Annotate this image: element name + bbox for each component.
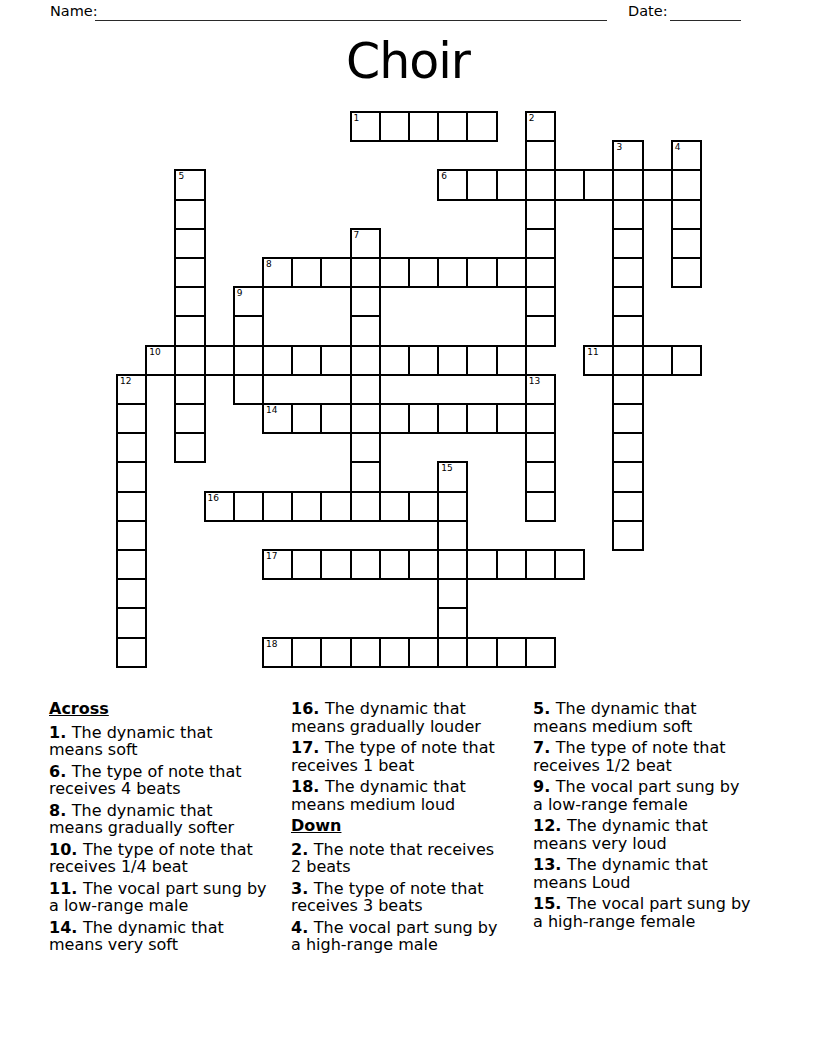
grid-cell-r15c6[interactable] [291,549,322,580]
grid-cell-r5c7[interactable] [320,257,351,288]
grid-cell-r5c17[interactable] [612,257,643,288]
clue-number: 18. [291,777,325,796]
clue-column-middle: 16. The dynamic that means gradually lou… [291,700,525,958]
clue-text: The type of note that receives 3 beats [291,879,484,916]
grid-cell-r5c13[interactable] [496,257,527,288]
grid-cell-r6c4[interactable]: 9 [233,286,264,317]
cell-number-7: 7 [354,230,360,240]
grid-cell-r7c17[interactable] [612,315,643,346]
cell-number-14: 14 [266,405,277,415]
clue-text: The type of note that receives 4 beats [49,762,242,799]
clue-number: 1. [49,723,72,742]
grid-cell-r2c15[interactable] [554,169,585,200]
grid-cell-r13c17[interactable] [612,491,643,522]
grid-cell-r8c18[interactable] [642,345,673,376]
grid-cell-r4c14[interactable] [525,228,556,259]
grid-cell-r18c10[interactable] [408,637,439,668]
clue-12: 12. The dynamic that means very loud [533,817,767,852]
grid-cell-r0c10[interactable] [408,111,439,142]
clue-number: 16. [291,699,325,718]
grid-cell-r15c15[interactable] [554,549,585,580]
cell-number-10: 10 [149,347,160,357]
clue-number: 15. [533,894,567,913]
clue-5: 5. The dynamic that means medium soft [533,700,767,735]
grid-cell-r14c0[interactable] [116,520,147,551]
grid-cell-r15c7[interactable] [320,549,351,580]
grid-cell-r2c13[interactable] [496,169,527,200]
grid-cell-r5c19[interactable] [671,257,702,288]
grid-cell-r8c4[interactable] [233,345,264,376]
clue-18: 18. The dynamic that means medium loud [291,778,525,813]
grid-cell-r18c14[interactable] [525,637,556,668]
cell-number-1: 1 [354,113,360,123]
clue-number: 11. [49,879,83,898]
clue-4: 4. The vocal part sung by a high-range m… [291,919,525,954]
cell-number-16: 16 [208,493,219,503]
clue-10: 10. The type of note that receives 1/4 b… [49,841,283,876]
grid-cell-r13c0[interactable] [116,491,147,522]
grid-cell-r7c8[interactable] [350,315,381,346]
date-blank-line[interactable] [670,0,741,21]
grid-cell-r15c14[interactable] [525,549,556,580]
clue-number: 5. [533,699,556,718]
clue-number: 17. [291,738,325,757]
grid-cell-r18c13[interactable] [496,637,527,668]
grid-cell-r8c5[interactable] [262,345,293,376]
grid-cell-r12c11[interactable]: 15 [437,461,468,492]
grid-cell-r10c13[interactable] [496,403,527,434]
grid-cell-r18c12[interactable] [466,637,497,668]
grid-cell-r9c4[interactable] [233,374,264,405]
grid-cell-r18c9[interactable] [379,637,410,668]
clue-number: 2. [291,840,314,859]
grid-cell-r8c16[interactable]: 11 [583,345,614,376]
grid-cell-r10c5[interactable]: 14 [262,403,293,434]
clue-2: 2. The note that receives 2 beats [291,841,525,876]
clue-14: 14. The dynamic that means very soft [49,919,283,954]
grid-cell-r13c9[interactable] [379,491,410,522]
grid-cell-r15c10[interactable] [408,549,439,580]
grid-cell-r8c2[interactable] [174,345,205,376]
grid-cell-r13c10[interactable] [408,491,439,522]
grid-cell-r3c14[interactable] [525,199,556,230]
grid-cell-r2c19[interactable] [671,169,702,200]
clue-number: 4. [291,918,314,937]
grid-cell-r13c4[interactable] [233,491,264,522]
grid-cell-r13c6[interactable] [291,491,322,522]
cell-number-2: 2 [529,113,535,123]
grid-cell-r5c6[interactable] [291,257,322,288]
clue-heading-down: Down [291,817,525,835]
clue-1: 1. The dynamic that means soft [49,724,283,759]
grid-cell-r5c11[interactable] [437,257,468,288]
clue-text: The dynamic that means medium soft [533,699,697,736]
clue-text: The dynamic that means gradually softer [49,801,234,838]
name-label: Name: [50,3,98,19]
puzzle-title: Choir [0,33,816,90]
grid-cell-r15c9[interactable] [379,549,410,580]
grid-cell-r4c8[interactable]: 7 [350,228,381,259]
grid-cell-r4c17[interactable] [612,228,643,259]
grid-cell-r8c17[interactable] [612,345,643,376]
grid-cell-r17c0[interactable] [116,607,147,638]
clue-15: 15. The vocal part sung by a high-range … [533,895,767,930]
grid-cell-r1c19[interactable]: 4 [671,140,702,171]
clue-number: 14. [49,918,83,937]
clue-6: 6. The type of note that receives 4 beat… [49,763,283,798]
grid-cell-r18c5[interactable]: 18 [262,637,293,668]
grid-cell-r18c8[interactable] [350,637,381,668]
crossword-grid: 123456789101112131415161718 [116,111,700,666]
grid-cell-r14c11[interactable] [437,520,468,551]
clue-number: 10. [49,840,83,859]
grid-cell-r13c14[interactable] [525,491,556,522]
grid-cell-r4c19[interactable] [671,228,702,259]
grid-cell-r18c7[interactable] [320,637,351,668]
cell-number-6: 6 [441,171,447,181]
grid-cell-r14c17[interactable] [612,520,643,551]
grid-cell-r7c4[interactable] [233,315,264,346]
grid-cell-r9c0[interactable]: 12 [116,374,147,405]
clue-text: The type of note that receives 1/2 beat [533,738,726,775]
grid-cell-r10c6[interactable] [291,403,322,434]
grid-cell-r15c12[interactable] [466,549,497,580]
grid-cell-r11c14[interactable] [525,432,556,463]
clue-7: 7. The type of note that receives 1/2 be… [533,739,767,774]
grid-cell-r9c2[interactable] [174,374,205,405]
grid-cell-r8c6[interactable] [291,345,322,376]
cell-number-11: 11 [587,347,598,357]
grid-cell-r5c10[interactable] [408,257,439,288]
grid-cell-r2c17[interactable] [612,169,643,200]
grid-cell-r10c2[interactable] [174,403,205,434]
grid-cell-r5c12[interactable] [466,257,497,288]
grid-cell-r5c8[interactable] [350,257,381,288]
grid-cell-r7c2[interactable] [174,315,205,346]
worksheet-page: Name: Date: Choir 1234567891011121314151… [0,0,816,1056]
grid-cell-r18c11[interactable] [437,637,468,668]
grid-cell-r16c0[interactable] [116,578,147,609]
clue-number: 3. [291,879,314,898]
grid-cell-r13c3[interactable]: 16 [204,491,235,522]
grid-cell-r12c17[interactable] [612,461,643,492]
cell-number-18: 18 [266,639,277,649]
clue-text: The note that receives 2 beats [291,840,494,877]
grid-cell-r6c8[interactable] [350,286,381,317]
grid-cell-r15c0[interactable] [116,549,147,580]
grid-cell-r10c14[interactable] [525,403,556,434]
grid-cell-r13c7[interactable] [320,491,351,522]
grid-cell-r10c9[interactable] [379,403,410,434]
cell-number-8: 8 [266,259,272,269]
grid-cell-r10c12[interactable] [466,403,497,434]
grid-cell-r4c2[interactable] [174,228,205,259]
clue-8: 8. The dynamic that means gradually soft… [49,802,283,837]
grid-cell-r11c0[interactable] [116,432,147,463]
clue-17: 17. The type of note that receives 1 bea… [291,739,525,774]
clue-text: The vocal part sung by a high-range male [291,918,497,955]
grid-cell-r8c11[interactable] [437,345,468,376]
grid-cell-r9c17[interactable] [612,374,643,405]
grid-cell-r3c17[interactable] [612,199,643,230]
grid-cell-r1c14[interactable] [525,140,556,171]
grid-cell-r5c9[interactable] [379,257,410,288]
cell-number-13: 13 [529,376,540,386]
grid-cell-r10c11[interactable] [437,403,468,434]
grid-cell-r8c3[interactable] [204,345,235,376]
grid-cell-r0c12[interactable] [466,111,497,142]
clue-text: The dynamic that means soft [49,723,213,760]
clue-16: 16. The dynamic that means gradually lou… [291,700,525,735]
grid-cell-r12c8[interactable] [350,461,381,492]
clue-9: 9. The vocal part sung by a low-range fe… [533,778,767,813]
grid-cell-r8c7[interactable] [320,345,351,376]
clue-number: 6. [49,762,72,781]
grid-cell-r10c17[interactable] [612,403,643,434]
grid-cell-r16c11[interactable] [437,578,468,609]
grid-cell-r10c10[interactable] [408,403,439,434]
cell-number-9: 9 [237,288,243,298]
date-label: Date: [628,3,668,19]
clue-13: 13. The dynamic that means Loud [533,856,767,891]
grid-cell-r15c5[interactable]: 17 [262,549,293,580]
grid-cell-r13c11[interactable] [437,491,468,522]
cell-number-12: 12 [120,376,131,386]
grid-cell-r15c8[interactable] [350,549,381,580]
grid-cell-r8c12[interactable] [466,345,497,376]
grid-cell-r0c14[interactable]: 2 [525,111,556,142]
grid-cell-r5c5[interactable]: 8 [262,257,293,288]
clue-column-down: 5. The dynamic that means medium soft7. … [533,700,767,934]
grid-cell-r3c19[interactable] [671,199,702,230]
grid-cell-r6c17[interactable] [612,286,643,317]
grid-cell-r5c2[interactable] [174,257,205,288]
grid-cell-r2c16[interactable] [583,169,614,200]
grid-cell-r18c0[interactable] [116,637,147,668]
grid-cell-r0c8[interactable]: 1 [350,111,381,142]
grid-cell-r10c8[interactable] [350,403,381,434]
clue-number: 8. [49,801,72,820]
cell-number-17: 17 [266,551,277,561]
grid-cell-r2c11[interactable]: 6 [437,169,468,200]
grid-cell-r11c2[interactable] [174,432,205,463]
clue-number: 12. [533,816,567,835]
grid-cell-r13c5[interactable] [262,491,293,522]
grid-cell-r2c14[interactable] [525,169,556,200]
grid-cell-r15c13[interactable] [496,549,527,580]
clue-column-across: Across1. The dynamic that means soft6. T… [49,700,283,958]
grid-cell-r13c8[interactable] [350,491,381,522]
cell-number-15: 15 [441,463,452,473]
grid-cell-r12c14[interactable] [525,461,556,492]
grid-cell-r17c11[interactable] [437,607,468,638]
grid-cell-r15c11[interactable] [437,549,468,580]
cell-number-4: 4 [675,142,681,152]
grid-cell-r1c17[interactable]: 3 [612,140,643,171]
clue-text: The vocal part sung by a low-range femal… [533,777,739,814]
grid-cell-r3c2[interactable] [174,199,205,230]
grid-cell-r7c14[interactable] [525,315,556,346]
clue-number: 7. [533,738,556,757]
grid-cell-r9c14[interactable]: 13 [525,374,556,405]
grid-cell-r11c8[interactable] [350,432,381,463]
grid-cell-r8c10[interactable] [408,345,439,376]
clue-number: 13. [533,855,567,874]
grid-cell-r5c14[interactable] [525,257,556,288]
grid-cell-r6c2[interactable] [174,286,205,317]
cell-number-3: 3 [616,142,622,152]
name-blank-line[interactable] [95,0,607,21]
grid-cell-r8c1[interactable]: 10 [145,345,176,376]
clue-3: 3. The type of note that receives 3 beat… [291,880,525,915]
grid-cell-r8c19[interactable] [671,345,702,376]
grid-cell-r18c6[interactable] [291,637,322,668]
grid-cell-r8c8[interactable] [350,345,381,376]
grid-cell-r2c12[interactable] [466,169,497,200]
grid-cell-r2c18[interactable] [642,169,673,200]
grid-cell-r0c9[interactable] [379,111,410,142]
grid-cell-r12c0[interactable] [116,461,147,492]
grid-cell-r10c7[interactable] [320,403,351,434]
grid-cell-r11c17[interactable] [612,432,643,463]
grid-cell-r8c13[interactable] [496,345,527,376]
grid-cell-r8c9[interactable] [379,345,410,376]
clue-number: 9. [533,777,556,796]
clue-11: 11. The vocal part sung by a low-range m… [49,880,283,915]
grid-cell-r6c14[interactable] [525,286,556,317]
cell-number-5: 5 [178,171,184,181]
grid-cell-r9c8[interactable] [350,374,381,405]
grid-cell-r0c11[interactable] [437,111,468,142]
grid-cell-r10c0[interactable] [116,403,147,434]
clue-heading-across: Across [49,700,283,718]
grid-cell-r2c2[interactable]: 5 [174,169,205,200]
